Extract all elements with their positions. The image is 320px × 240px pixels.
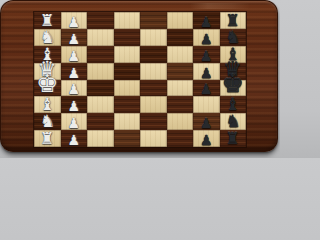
square-h7[interactable]: ♟ [193, 130, 220, 147]
square-f4[interactable] [114, 96, 141, 113]
square-h5[interactable] [140, 130, 167, 147]
square-d5[interactable] [140, 63, 167, 80]
square-g5[interactable] [140, 113, 167, 130]
square-c6[interactable] [167, 46, 194, 63]
black-pawn[interactable]: ♟ [200, 15, 213, 29]
square-a3[interactable] [87, 12, 114, 29]
black-pawn[interactable]: ♟ [200, 116, 213, 130]
square-g6[interactable] [167, 113, 194, 130]
square-g2[interactable]: ♟ [61, 113, 88, 130]
white-pawn[interactable]: ♟ [67, 66, 80, 80]
white-pawn[interactable]: ♟ [67, 32, 80, 46]
square-e7[interactable]: ♟ [193, 80, 220, 97]
square-b5[interactable] [140, 29, 167, 46]
white-knight[interactable]: ♞ [40, 113, 55, 130]
square-a2[interactable]: ♟ [61, 12, 88, 29]
square-c3[interactable] [87, 46, 114, 63]
square-c5[interactable] [140, 46, 167, 63]
square-d2[interactable]: ♟ [61, 63, 88, 80]
square-f6[interactable] [167, 96, 194, 113]
square-c7[interactable]: ♟ [193, 46, 220, 63]
square-h4[interactable] [114, 130, 141, 147]
square-b6[interactable] [167, 29, 194, 46]
square-g4[interactable] [114, 113, 141, 130]
square-e4[interactable] [114, 80, 141, 97]
white-pawn[interactable]: ♟ [67, 15, 80, 29]
square-f7[interactable] [193, 96, 220, 113]
black-king[interactable]: ♚ [222, 71, 244, 96]
square-f3[interactable] [87, 96, 114, 113]
square-f2[interactable]: ♟ [61, 96, 88, 113]
black-pawn[interactable]: ♟ [200, 49, 213, 63]
square-e6[interactable] [167, 80, 194, 97]
square-d7[interactable]: ♟ [193, 63, 220, 80]
square-b3[interactable] [87, 29, 114, 46]
white-pawn[interactable]: ♟ [67, 99, 80, 113]
square-g1[interactable]: ♞ [34, 113, 61, 130]
square-d3[interactable] [87, 63, 114, 80]
black-pawn[interactable]: ♟ [200, 133, 213, 147]
black-knight[interactable]: ♞ [225, 113, 240, 130]
board-grid: ♜♟♟♜♞♟♟♞♝♟♟♝♛♟♟♛♚♟♟♚♝♟♝♞♟♟♞♜♟♟♜ [34, 12, 246, 147]
square-g7[interactable]: ♟ [193, 113, 220, 130]
square-a6[interactable] [167, 12, 194, 29]
white-king[interactable]: ♚ [36, 71, 58, 96]
square-g8[interactable]: ♞ [220, 113, 247, 130]
square-c4[interactable] [114, 46, 141, 63]
square-e3[interactable] [87, 80, 114, 97]
black-pawn[interactable]: ♟ [200, 82, 213, 96]
white-pawn[interactable]: ♟ [67, 49, 80, 63]
chess-board-photo: ♜♟♟♜♞♟♟♞♝♟♟♝♛♟♟♛♚♟♟♚♝♟♝♞♟♟♞♜♟♟♜ [0, 0, 278, 152]
frame-marking [190, 3, 250, 9]
square-a4[interactable] [114, 12, 141, 29]
square-d6[interactable] [167, 63, 194, 80]
square-e5[interactable] [140, 80, 167, 97]
black-pawn[interactable]: ♟ [200, 32, 213, 46]
square-h6[interactable] [167, 130, 194, 147]
square-b2[interactable]: ♟ [61, 29, 88, 46]
square-b4[interactable] [114, 29, 141, 46]
black-rook[interactable]: ♜ [226, 131, 240, 147]
square-h8[interactable]: ♜ [220, 130, 247, 147]
square-h2[interactable]: ♟ [61, 130, 88, 147]
square-h3[interactable] [87, 130, 114, 147]
white-rook[interactable]: ♜ [40, 131, 54, 147]
black-pawn[interactable]: ♟ [200, 66, 213, 80]
white-pawn[interactable]: ♟ [67, 82, 80, 96]
square-a7[interactable]: ♟ [193, 12, 220, 29]
square-c2[interactable]: ♟ [61, 46, 88, 63]
square-f5[interactable] [140, 96, 167, 113]
white-pawn[interactable]: ♟ [67, 116, 80, 130]
square-b7[interactable]: ♟ [193, 29, 220, 46]
square-a5[interactable] [140, 12, 167, 29]
square-h1[interactable]: ♜ [34, 130, 61, 147]
square-g3[interactable] [87, 113, 114, 130]
square-e2[interactable]: ♟ [61, 80, 88, 97]
white-pawn[interactable]: ♟ [67, 133, 80, 147]
square-d4[interactable] [114, 63, 141, 80]
desktop-background: { "game": "chess", "position": { "fen": … [0, 0, 280, 158]
